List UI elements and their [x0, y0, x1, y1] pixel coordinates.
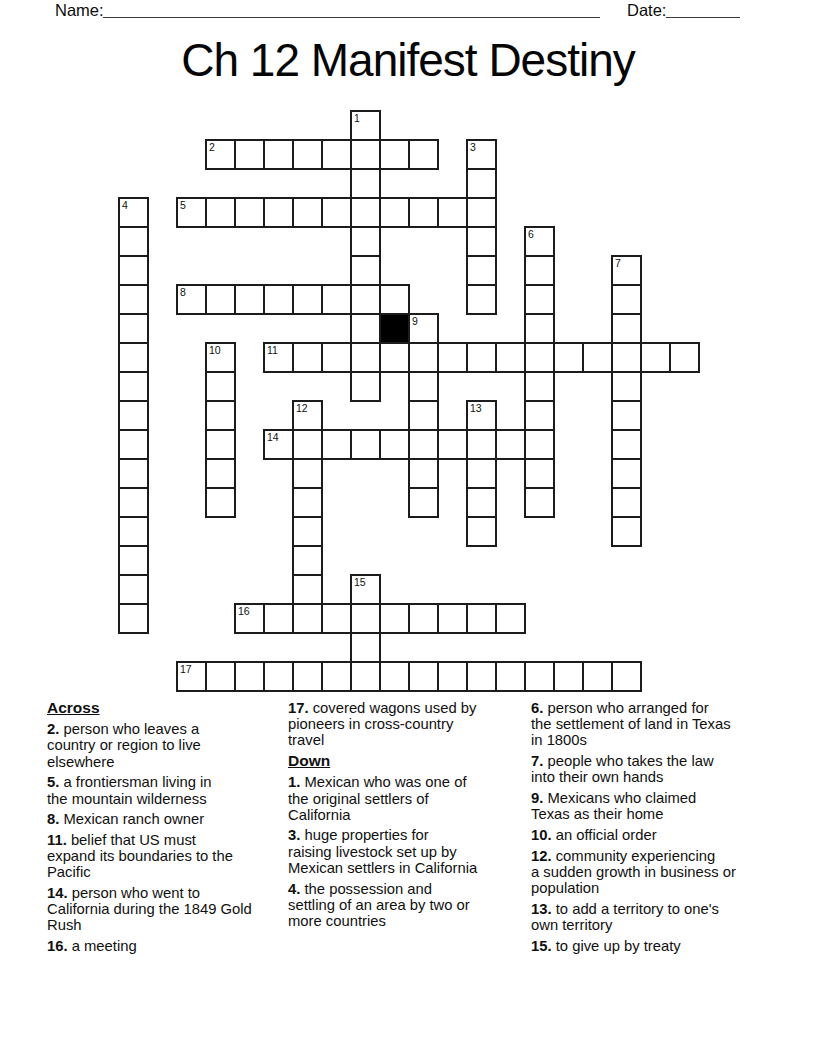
grid-cell[interactable] — [292, 429, 323, 460]
grid-cell[interactable] — [292, 342, 323, 373]
clue-text: Mexican ranch owner — [63, 811, 204, 827]
grid-cell[interactable] — [466, 487, 497, 518]
grid-cell[interactable] — [350, 197, 381, 228]
grid-cell[interactable] — [437, 342, 468, 373]
grid-cell[interactable] — [321, 342, 352, 373]
grid-cell[interactable] — [669, 342, 700, 373]
grid-cell[interactable] — [205, 458, 236, 489]
cell-number: 13 — [470, 402, 482, 414]
grid-cell[interactable] — [205, 400, 236, 431]
cell-number: 12 — [296, 402, 308, 414]
grid-cell[interactable] — [524, 661, 555, 692]
grid-cell[interactable]: 1 — [350, 110, 381, 141]
clue-number: 17. — [288, 700, 309, 716]
date-label: Date: — [627, 1, 666, 19]
date-input-line[interactable] — [666, 0, 740, 18]
grid-cell[interactable] — [350, 255, 381, 286]
grid-cell[interactable] — [205, 284, 236, 315]
grid-cell[interactable] — [553, 342, 584, 373]
clue-number: 3. — [288, 827, 300, 843]
grid-cell[interactable] — [263, 603, 294, 634]
grid-cell[interactable] — [379, 429, 410, 460]
clue-down-10: 10. an official order — [531, 827, 781, 843]
grid-cell[interactable] — [263, 197, 294, 228]
grid-cell[interactable] — [611, 487, 642, 518]
grid-cell[interactable] — [350, 226, 381, 257]
grid-cell[interactable] — [408, 458, 439, 489]
cell-number: 4 — [122, 199, 128, 211]
grid-cell[interactable] — [292, 139, 323, 170]
grid-cell[interactable] — [524, 458, 555, 489]
grid-cell[interactable] — [292, 284, 323, 315]
page-title: Ch 12 Manifest Destiny — [0, 34, 816, 86]
grid-cell[interactable]: 4 — [118, 197, 149, 228]
clue-number: 9. — [531, 790, 543, 806]
grid-cell[interactable] — [611, 313, 642, 344]
grid-cell[interactable] — [466, 661, 497, 692]
grid-cell[interactable] — [234, 284, 265, 315]
clue-across-8: 8. Mexican ranch owner — [47, 811, 289, 827]
clue-number: 10. — [531, 827, 552, 843]
clue-down-7: 7. people who takes the law into their o… — [531, 753, 781, 785]
black-cell — [379, 313, 410, 344]
grid-cell[interactable] — [292, 603, 323, 634]
grid-cell[interactable] — [118, 226, 149, 257]
grid-cell[interactable] — [611, 342, 642, 373]
clue-number: 8. — [47, 811, 59, 827]
clue-down-12: 12. community experiencing a sudden grow… — [531, 848, 781, 897]
clue-number: 1. — [288, 774, 300, 790]
grid-cell[interactable]: 9 — [408, 313, 439, 344]
grid-cell[interactable] — [118, 458, 149, 489]
grid-cell[interactable] — [321, 139, 352, 170]
grid-cell[interactable] — [292, 487, 323, 518]
clue-text: community experiencing a sudden growth i… — [531, 848, 736, 896]
grid-cell[interactable] — [611, 516, 642, 547]
grid-cell[interactable] — [118, 429, 149, 460]
grid-cell[interactable] — [350, 313, 381, 344]
clue-across-2: 2. person who leaves a country or region… — [47, 721, 289, 770]
grid-cell[interactable] — [292, 661, 323, 692]
grid-cell[interactable]: 6 — [524, 226, 555, 257]
grid-cell[interactable] — [408, 197, 439, 228]
grid-cell[interactable] — [495, 429, 526, 460]
grid-cell[interactable] — [118, 516, 149, 547]
grid-cell[interactable] — [350, 603, 381, 634]
grid-cell[interactable] — [379, 342, 410, 373]
grid-cell[interactable] — [437, 197, 468, 228]
grid-cell[interactable]: 16 — [234, 603, 265, 634]
grid-cell[interactable] — [495, 342, 526, 373]
cell-number: 15 — [354, 576, 366, 588]
cell-number: 14 — [267, 431, 279, 443]
grid-cell[interactable] — [205, 197, 236, 228]
cell-number: 16 — [238, 605, 250, 617]
grid-cell[interactable] — [350, 429, 381, 460]
clue-number: 13. — [531, 901, 552, 917]
clue-text: Mexicans who claimed Texas as their home — [531, 790, 696, 822]
grid-cell[interactable] — [118, 255, 149, 286]
grid-cell[interactable] — [234, 197, 265, 228]
grid-cell[interactable]: 13 — [466, 400, 497, 431]
grid-cell[interactable] — [379, 603, 410, 634]
clue-across-5: 5. a frontiersman living in the mountain… — [47, 774, 289, 806]
grid-cell[interactable] — [495, 603, 526, 634]
clue-text: huge properties for raising livestock se… — [288, 827, 477, 875]
cell-number: 3 — [470, 141, 476, 153]
grid-cell[interactable]: 14 — [263, 429, 294, 460]
grid-cell[interactable] — [524, 313, 555, 344]
grid-cell[interactable] — [350, 371, 381, 402]
clue-number: 15. — [531, 938, 552, 954]
grid-cell[interactable] — [466, 284, 497, 315]
across-header: Across — [47, 700, 289, 716]
clue-text: a meeting — [72, 938, 137, 954]
clue-down-6: 6. person who arranged for the settlemen… — [531, 700, 781, 749]
grid-cell[interactable] — [118, 487, 149, 518]
clue-text: Mexican who was one of the original sett… — [288, 774, 467, 822]
clue-down-4: 4. the possession and settling of an are… — [288, 881, 534, 930]
grid-cell[interactable] — [292, 545, 323, 576]
cell-number: 9 — [412, 315, 418, 327]
grid-cell[interactable]: 7 — [611, 255, 642, 286]
grid-cell[interactable] — [205, 487, 236, 518]
cell-number: 6 — [528, 228, 534, 240]
grid-cell[interactable] — [408, 400, 439, 431]
grid-cell[interactable] — [611, 284, 642, 315]
cell-number: 2 — [209, 141, 215, 153]
clue-number: 2. — [47, 721, 59, 737]
grid-cell[interactable] — [408, 371, 439, 402]
grid-cell[interactable]: 17 — [176, 661, 207, 692]
grid-cell[interactable] — [118, 371, 149, 402]
grid-cell[interactable] — [321, 429, 352, 460]
grid-cell[interactable] — [437, 429, 468, 460]
grid-cell[interactable] — [466, 168, 497, 199]
clue-text: person who arranged for the settlement o… — [531, 700, 731, 748]
grid-cell[interactable] — [466, 342, 497, 373]
clue-column-middle: 17. covered wagons used by pioneers in c… — [288, 700, 534, 934]
grid-cell[interactable] — [640, 342, 671, 373]
grid-cell[interactable] — [205, 661, 236, 692]
name-input-line[interactable] — [103, 0, 600, 18]
grid-cell[interactable] — [524, 429, 555, 460]
grid-cell[interactable] — [321, 661, 352, 692]
grid-cell[interactable] — [263, 139, 294, 170]
grid-cell[interactable]: 5 — [176, 197, 207, 228]
name-label: Name: — [55, 1, 104, 19]
grid-cell[interactable] — [553, 661, 584, 692]
grid-cell[interactable] — [118, 313, 149, 344]
clue-across-14: 14. person who went to California during… — [47, 885, 289, 934]
grid-cell[interactable] — [611, 429, 642, 460]
clue-down-13: 13. to add a territory to one's own terr… — [531, 901, 781, 933]
clue-across-16: 16. a meeting — [47, 938, 289, 954]
grid-cell[interactable] — [118, 603, 149, 634]
grid-cell[interactable] — [321, 197, 352, 228]
clue-text: to give up by treaty — [556, 938, 681, 954]
clue-text: person who leaves a country or region to… — [47, 721, 201, 769]
grid-cell[interactable] — [524, 342, 555, 373]
clue-text: a frontiersman living in the mountain wi… — [47, 774, 212, 806]
grid-cell[interactable] — [495, 661, 526, 692]
grid-cell[interactable] — [205, 429, 236, 460]
cell-number: 1 — [354, 112, 360, 124]
grid-cell[interactable] — [292, 574, 323, 605]
clue-text: person who went to California during the… — [47, 885, 252, 933]
grid-cell[interactable] — [321, 603, 352, 634]
grid-cell[interactable] — [611, 458, 642, 489]
grid-cell[interactable] — [118, 545, 149, 576]
grid-cell[interactable]: 10 — [205, 342, 236, 373]
worksheet-page: Name: Date: Ch 12 Manifest Destiny 12345… — [0, 0, 816, 1056]
grid-cell[interactable] — [350, 342, 381, 373]
grid-cell[interactable] — [611, 661, 642, 692]
cell-number: 10 — [209, 344, 221, 356]
clue-number: 5. — [47, 774, 59, 790]
grid-cell[interactable] — [321, 284, 352, 315]
down-header: Down — [288, 753, 534, 769]
clue-across-11: 11. belief that US must expand its bound… — [47, 832, 289, 881]
clue-column-down: 6. person who arranged for the settlemen… — [531, 700, 781, 958]
grid-cell[interactable] — [379, 139, 410, 170]
clue-number: 11. — [47, 832, 67, 848]
clue-text: to add a territory to one's own territor… — [531, 901, 719, 933]
clue-number: 12. — [531, 848, 552, 864]
grid-cell[interactable]: 2 — [205, 139, 236, 170]
grid-cell[interactable] — [350, 284, 381, 315]
clue-text: belief that US must expand its boundarie… — [47, 832, 233, 880]
grid-cell[interactable] — [379, 284, 410, 315]
grid-cell[interactable] — [611, 400, 642, 431]
grid-cell[interactable] — [263, 284, 294, 315]
clue-down-1: 1. Mexican who was one of the original s… — [288, 774, 534, 823]
grid-cell[interactable] — [524, 284, 555, 315]
grid-cell[interactable] — [466, 516, 497, 547]
clue-text: an official order — [556, 827, 657, 843]
grid-cell[interactable] — [118, 284, 149, 315]
grid-cell[interactable] — [350, 139, 381, 170]
grid-cell[interactable]: 12 — [292, 400, 323, 431]
grid-cell[interactable] — [582, 342, 613, 373]
grid-cell[interactable] — [292, 516, 323, 547]
grid-cell[interactable] — [524, 487, 555, 518]
clue-text: the possession and settling of an area b… — [288, 881, 470, 929]
clue-number: 14. — [47, 885, 68, 901]
clue-down-15: 15. to give up by treaty — [531, 938, 781, 954]
clue-number: 7. — [531, 753, 543, 769]
grid-cell[interactable] — [379, 197, 410, 228]
clue-across-17: 17. covered wagons used by pioneers in c… — [288, 700, 534, 749]
grid-cell[interactable] — [524, 255, 555, 286]
grid-cell[interactable] — [466, 255, 497, 286]
grid-cell[interactable] — [466, 429, 497, 460]
grid-cell[interactable] — [437, 603, 468, 634]
cell-number: 5 — [180, 199, 186, 211]
grid-cell[interactable] — [234, 139, 265, 170]
grid-cell[interactable] — [524, 400, 555, 431]
clue-number: 6. — [531, 700, 543, 716]
grid-cell[interactable] — [408, 429, 439, 460]
cell-number: 7 — [615, 257, 621, 269]
grid-cell[interactable] — [466, 197, 497, 228]
grid-cell[interactable] — [292, 458, 323, 489]
grid-cell[interactable] — [408, 342, 439, 373]
grid-cell[interactable] — [437, 661, 468, 692]
grid-cell[interactable] — [350, 661, 381, 692]
grid-cell[interactable] — [466, 226, 497, 257]
grid-cell[interactable] — [408, 487, 439, 518]
cell-number: 11 — [267, 344, 278, 356]
grid-cell[interactable] — [234, 661, 265, 692]
clue-down-3: 3. huge properties for raising livestock… — [288, 827, 534, 876]
grid-cell[interactable] — [408, 661, 439, 692]
grid-cell[interactable] — [118, 342, 149, 373]
cell-number: 8 — [180, 286, 186, 298]
cell-number: 17 — [180, 663, 192, 675]
grid-cell[interactable] — [350, 632, 381, 663]
clue-text: people who takes the law into their own … — [531, 753, 714, 785]
grid-cell[interactable] — [118, 574, 149, 605]
grid-cell[interactable] — [205, 371, 236, 402]
grid-cell[interactable]: 8 — [176, 284, 207, 315]
clue-column-across: Across 2. person who leaves a country or… — [47, 700, 289, 959]
clue-number: 16. — [47, 938, 68, 954]
grid-cell[interactable]: 3 — [466, 139, 497, 170]
grid-cell[interactable] — [408, 139, 439, 170]
grid-cell[interactable] — [408, 603, 439, 634]
grid-cell[interactable] — [466, 603, 497, 634]
clue-down-9: 9. Mexicans who claimed Texas as their h… — [531, 790, 781, 822]
grid-cell[interactable] — [524, 371, 555, 402]
grid-cell[interactable] — [466, 458, 497, 489]
grid-cell[interactable] — [611, 371, 642, 402]
grid-cell[interactable] — [118, 400, 149, 431]
grid-cell[interactable] — [379, 661, 410, 692]
crossword-grid: 1234567891011121314151617 — [118, 110, 702, 694]
grid-cell[interactable]: 11 — [263, 342, 294, 373]
grid-cell[interactable] — [582, 661, 613, 692]
clue-number: 4. — [288, 881, 300, 897]
grid-cell[interactable] — [263, 661, 294, 692]
grid-cell[interactable]: 15 — [350, 574, 381, 605]
grid-cell[interactable] — [350, 168, 381, 199]
grid-cell[interactable] — [292, 197, 323, 228]
clue-text: covered wagons used by pioneers in cross… — [288, 700, 476, 748]
